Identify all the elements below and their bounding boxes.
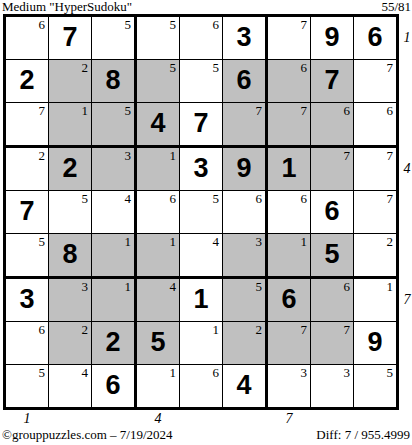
cell-r2c7[interactable]: 6 bbox=[268, 60, 311, 103]
cell-r6c6[interactable]: 3 bbox=[223, 234, 268, 279]
cell-r4c4[interactable]: 1 bbox=[137, 148, 180, 191]
corner-mark: 1 bbox=[170, 235, 177, 249]
given-digit: 6 bbox=[354, 17, 396, 59]
given-digit: 3 bbox=[223, 17, 265, 59]
cell-r5c6[interactable]: 6 bbox=[223, 191, 268, 234]
given-digit: 9 bbox=[311, 17, 353, 59]
corner-mark: 1 bbox=[170, 149, 177, 163]
given-digit: 8 bbox=[49, 234, 91, 276]
cell-r5c7[interactable]: 6 bbox=[268, 191, 311, 234]
corner-mark: 1 bbox=[125, 280, 132, 294]
corner-mark: 1 bbox=[170, 366, 177, 380]
given-digit: 8 bbox=[92, 60, 134, 102]
corner-mark: 5 bbox=[39, 235, 46, 249]
cell-r5c8[interactable]: 6 bbox=[311, 191, 354, 234]
cell-r9c6[interactable]: 4 bbox=[223, 365, 268, 407]
corner-mark: 4 bbox=[82, 366, 89, 380]
corner-mark: 1 bbox=[213, 323, 220, 337]
cell-r2c2[interactable]: 2 bbox=[49, 60, 92, 103]
cell-r7c4[interactable]: 4 bbox=[137, 279, 180, 322]
corner-mark: 2 bbox=[256, 323, 263, 337]
cell-r8c7[interactable]: 7 bbox=[268, 322, 311, 365]
given-digit: 1 bbox=[180, 279, 222, 321]
corner-mark: 7 bbox=[39, 104, 46, 118]
corner-mark: 6 bbox=[39, 323, 46, 337]
corner-mark: 2 bbox=[39, 149, 46, 163]
corner-mark: 6 bbox=[213, 366, 220, 380]
corner-mark: 7 bbox=[344, 149, 351, 163]
cell-r6c1[interactable]: 5 bbox=[6, 234, 49, 279]
corner-mark: 6 bbox=[301, 61, 308, 75]
corner-mark: 6 bbox=[39, 18, 46, 32]
cell-r2c1[interactable]: 2 bbox=[6, 60, 49, 103]
cell-r4c5[interactable]: 3 bbox=[180, 148, 223, 191]
corner-mark: 7 bbox=[301, 18, 308, 32]
corner-mark: 7 bbox=[301, 323, 308, 337]
corner-mark: 5 bbox=[82, 192, 89, 206]
corner-mark: 6 bbox=[213, 18, 220, 32]
cell-r8c2[interactable]: 2 bbox=[49, 322, 92, 365]
corner-mark: 7 bbox=[387, 61, 394, 75]
cell-r9c1[interactable]: 5 bbox=[6, 365, 49, 407]
cell-r9c9[interactable]: 5 bbox=[354, 365, 396, 407]
corner-mark: 3 bbox=[301, 366, 308, 380]
cell-r3c2[interactable]: 1 bbox=[49, 103, 92, 148]
given-digit: 5 bbox=[311, 234, 353, 276]
corner-mark: 3 bbox=[256, 235, 263, 249]
cell-r2c3[interactable]: 8 bbox=[92, 60, 137, 103]
corner-mark: 6 bbox=[170, 192, 177, 206]
given-digit: 6 bbox=[223, 60, 265, 102]
cell-r2c4[interactable]: 5 bbox=[137, 60, 180, 103]
corner-mark: 5 bbox=[256, 280, 263, 294]
cell-r8c9[interactable]: 9 bbox=[354, 322, 396, 365]
cell-r5c5[interactable]: 5 bbox=[180, 191, 223, 234]
cell-r6c3[interactable]: 1 bbox=[92, 234, 137, 279]
cell-r8c6[interactable]: 2 bbox=[223, 322, 268, 365]
corner-mark: 7 bbox=[301, 104, 308, 118]
cell-r8c1[interactable]: 6 bbox=[6, 322, 49, 365]
cell-r1c6[interactable]: 3 bbox=[223, 17, 268, 60]
cell-r5c4[interactable]: 6 bbox=[137, 191, 180, 234]
cell-r8c8[interactable]: 7 bbox=[311, 322, 354, 365]
cell-r3c6[interactable]: 7 bbox=[223, 103, 268, 148]
progress-counter: 55/81 bbox=[381, 0, 411, 13]
cell-r2c5[interactable]: 5 bbox=[180, 60, 223, 103]
cell-r9c2[interactable]: 4 bbox=[49, 365, 92, 407]
cell-r4c3[interactable]: 3 bbox=[92, 148, 137, 191]
cell-r3c5[interactable]: 7 bbox=[180, 103, 223, 148]
given-digit: 7 bbox=[6, 191, 48, 233]
cell-r5c1[interactable]: 7 bbox=[6, 191, 49, 234]
cell-r1c7[interactable]: 7 bbox=[268, 17, 311, 60]
cell-r4c8[interactable]: 7 bbox=[311, 148, 354, 191]
cell-r1c4[interactable]: 5 bbox=[137, 17, 180, 60]
corner-mark: 2 bbox=[82, 61, 89, 75]
corner-mark: 6 bbox=[387, 104, 394, 118]
corner-mark: 6 bbox=[301, 192, 308, 206]
corner-mark: 5 bbox=[170, 18, 177, 32]
cell-r5c2[interactable]: 5 bbox=[49, 191, 92, 234]
cell-r9c3[interactable]: 6 bbox=[92, 365, 137, 407]
cell-r8c4[interactable]: 5 bbox=[137, 322, 180, 365]
cell-r6c2[interactable]: 8 bbox=[49, 234, 92, 279]
given-digit: 9 bbox=[354, 322, 396, 364]
cell-r7c3[interactable]: 1 bbox=[92, 279, 137, 322]
corner-mark: 2 bbox=[82, 323, 89, 337]
cell-r7c9[interactable]: 1 bbox=[354, 279, 396, 322]
corner-mark: 4 bbox=[213, 235, 220, 249]
given-digit: 2 bbox=[6, 60, 48, 102]
col-coordinate-label-1: 1 bbox=[17, 411, 37, 426]
cell-r6c5[interactable]: 4 bbox=[180, 234, 223, 279]
cell-r4c9[interactable]: 7 bbox=[354, 148, 396, 191]
corner-mark: 5 bbox=[39, 366, 46, 380]
corner-mark: 1 bbox=[387, 280, 394, 294]
cell-r3c8[interactable]: 6 bbox=[311, 103, 354, 148]
given-digit: 4 bbox=[223, 365, 265, 407]
given-digit: 6 bbox=[268, 279, 310, 321]
cell-r5c9[interactable]: 7 bbox=[354, 191, 396, 234]
cell-r9c4[interactable]: 1 bbox=[137, 365, 180, 407]
cell-r8c5[interactable]: 1 bbox=[180, 322, 223, 365]
cell-r2c9[interactable]: 7 bbox=[354, 60, 396, 103]
cell-r1c1[interactable]: 6 bbox=[6, 17, 49, 60]
cell-r4c2[interactable]: 2 bbox=[49, 148, 92, 191]
given-digit: 7 bbox=[49, 17, 91, 59]
corner-mark: 5 bbox=[387, 366, 394, 380]
corner-mark: 5 bbox=[213, 192, 220, 206]
corner-mark: 5 bbox=[170, 61, 177, 75]
cell-r3c9[interactable]: 6 bbox=[354, 103, 396, 148]
sudoku-board: 6755637962285566777154777662231391777546… bbox=[3, 14, 399, 410]
corner-mark: 7 bbox=[387, 149, 394, 163]
puzzle-title: Medium "HyperSudoku" bbox=[2, 0, 132, 13]
corner-mark: 3 bbox=[344, 366, 351, 380]
cell-r3c1[interactable]: 7 bbox=[6, 103, 49, 148]
cell-r3c3[interactable]: 5 bbox=[92, 103, 137, 148]
cell-r6c9[interactable]: 2 bbox=[354, 234, 396, 279]
cell-r7c1[interactable]: 3 bbox=[6, 279, 49, 322]
cell-r9c5[interactable]: 6 bbox=[180, 365, 223, 407]
row-coordinate-label-1: 1 bbox=[402, 30, 412, 46]
corner-mark: 6 bbox=[344, 280, 351, 294]
cell-r2c8[interactable]: 7 bbox=[311, 60, 354, 103]
cell-r4c7[interactable]: 1 bbox=[268, 148, 311, 191]
cell-r7c7[interactable]: 6 bbox=[268, 279, 311, 322]
corner-mark: 5 bbox=[213, 61, 220, 75]
given-digit: 1 bbox=[268, 148, 310, 190]
cell-r7c2[interactable]: 3 bbox=[49, 279, 92, 322]
cell-r2c6[interactable]: 6 bbox=[223, 60, 268, 103]
cell-r4c6[interactable]: 9 bbox=[223, 148, 268, 191]
row-coordinate-label-7: 7 bbox=[402, 292, 412, 308]
corner-mark: 1 bbox=[82, 104, 89, 118]
given-digit: 6 bbox=[92, 365, 134, 407]
given-digit: 7 bbox=[180, 103, 222, 145]
corner-mark: 1 bbox=[125, 235, 132, 249]
cell-r7c6[interactable]: 5 bbox=[223, 279, 268, 322]
cell-r9c8[interactable]: 3 bbox=[311, 365, 354, 407]
cell-r9c7[interactable]: 3 bbox=[268, 365, 311, 407]
corner-mark: 5 bbox=[125, 104, 132, 118]
cell-r4c1[interactable]: 2 bbox=[6, 148, 49, 191]
cell-r6c8[interactable]: 5 bbox=[311, 234, 354, 279]
cell-r7c5[interactable]: 1 bbox=[180, 279, 223, 322]
corner-mark: 4 bbox=[125, 192, 132, 206]
corner-mark: 4 bbox=[170, 280, 177, 294]
corner-mark: 1 bbox=[301, 235, 308, 249]
cell-r1c9[interactable]: 6 bbox=[354, 17, 396, 60]
cell-r1c8[interactable]: 9 bbox=[311, 17, 354, 60]
cell-r1c2[interactable]: 7 bbox=[49, 17, 92, 60]
corner-mark: 3 bbox=[125, 149, 132, 163]
cell-r7c8[interactable]: 6 bbox=[311, 279, 354, 322]
col-coordinate-label-7: 7 bbox=[279, 411, 299, 426]
corner-mark: 6 bbox=[344, 104, 351, 118]
corner-mark: 6 bbox=[256, 192, 263, 206]
cell-r5c3[interactable]: 4 bbox=[92, 191, 137, 234]
corner-mark: 5 bbox=[125, 18, 132, 32]
copyright-text: ©grouppuzzles.com – 7/19/2024 bbox=[2, 427, 173, 443]
given-digit: 6 bbox=[311, 191, 353, 233]
given-digit: 3 bbox=[6, 279, 48, 321]
cell-r1c3[interactable]: 5 bbox=[92, 17, 137, 60]
given-digit: 5 bbox=[137, 322, 179, 364]
cell-r6c7[interactable]: 1 bbox=[268, 234, 311, 279]
corner-mark: 7 bbox=[256, 104, 263, 118]
given-digit: 3 bbox=[180, 148, 222, 190]
col-coordinate-label-4: 4 bbox=[148, 411, 168, 426]
corner-mark: 7 bbox=[344, 323, 351, 337]
given-digit: 4 bbox=[137, 103, 179, 145]
cell-r6c4[interactable]: 1 bbox=[137, 234, 180, 279]
corner-mark: 7 bbox=[387, 192, 394, 206]
difficulty-text: Diff: 7 / 955.4999 bbox=[316, 427, 410, 443]
cell-r1c5[interactable]: 6 bbox=[180, 17, 223, 60]
given-digit: 7 bbox=[311, 60, 353, 102]
given-digit: 9 bbox=[223, 148, 265, 190]
corner-mark: 2 bbox=[387, 235, 394, 249]
cell-r8c3[interactable]: 2 bbox=[92, 322, 137, 365]
given-digit: 2 bbox=[92, 322, 134, 364]
given-digit: 2 bbox=[49, 148, 91, 190]
corner-mark: 3 bbox=[82, 280, 89, 294]
row-coordinate-label-4: 4 bbox=[402, 161, 412, 177]
cell-r3c4[interactable]: 4 bbox=[137, 103, 180, 148]
cell-r3c7[interactable]: 7 bbox=[268, 103, 311, 148]
